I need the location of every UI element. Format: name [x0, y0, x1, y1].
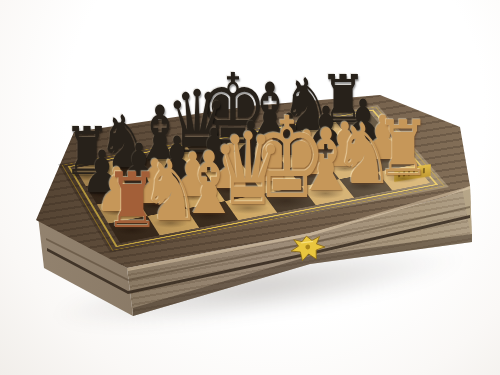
- white-rook-a1[interactable]: ♜: [105, 163, 160, 239]
- chess-box-photo: ♜♞♝♛♚♝♞♜♟♟♟♟♟♟♟♟♟♟♟♟♟♟♟♟♜♞♝♛♚♝♞♜: [0, 0, 500, 375]
- pieces-layer: ♜♞♝♛♚♝♞♜♟♟♟♟♟♟♟♟♟♟♟♟♟♟♟♟♜♞♝♛♚♝♞♜: [0, 0, 500, 375]
